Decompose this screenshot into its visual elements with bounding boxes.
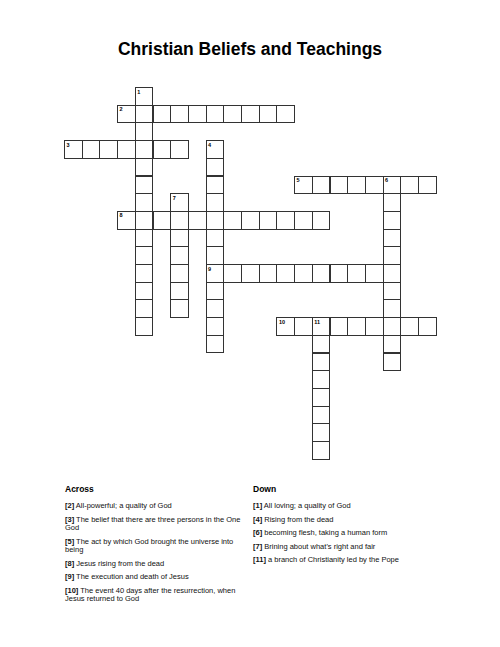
clue-number-5: 5	[297, 177, 300, 183]
grid-cell-r7c8[interactable]	[206, 211, 225, 230]
grid-cell-r3c5[interactable]	[153, 140, 172, 159]
clue-number-3: 3	[67, 142, 70, 148]
grid-cell-r13c14[interactable]: 11	[312, 317, 331, 336]
clue-number-2: 2	[120, 106, 123, 112]
grid-cell-r1c6[interactable]	[170, 105, 189, 124]
grid-cell-r7c10[interactable]	[241, 211, 260, 230]
grid-cell-r10c4[interactable]	[135, 264, 154, 283]
grid-cell-r1c10[interactable]	[241, 105, 260, 124]
grid-cell-r9c4[interactable]	[135, 246, 154, 265]
grid-cell-r14c18[interactable]	[383, 335, 402, 354]
grid-cell-r10c12[interactable]	[276, 264, 295, 283]
down-clues-section: Down [1] All loving; a quality of God[4]…	[253, 484, 463, 570]
grid-cell-r10c15[interactable]	[330, 264, 349, 283]
clue-across-9: [9] The execution and death of Jesus	[65, 573, 251, 582]
grid-cell-r5c15[interactable]	[330, 176, 349, 195]
crossword-grid: 1234567891011	[64, 87, 437, 460]
grid-cell-r5c20[interactable]	[418, 176, 437, 195]
clue-number-label: [11]	[253, 555, 266, 564]
grid-cell-r5c4[interactable]	[135, 176, 154, 195]
clue-number-label: [10]	[65, 586, 78, 595]
clue-number-label: [4]	[253, 515, 262, 524]
grid-cell-r5c18[interactable]: 6	[383, 176, 402, 195]
grid-cell-r10c18[interactable]	[383, 264, 402, 283]
across-header: Across	[65, 484, 251, 494]
clue-number-label: [8]	[65, 559, 74, 568]
clue-across-3: [3] The belief that there are three pers…	[65, 516, 251, 533]
grid-cell-r5c17[interactable]	[365, 176, 384, 195]
grid-cell-r1c3[interactable]: 2	[117, 105, 136, 124]
grid-cell-r5c13[interactable]: 5	[294, 176, 313, 195]
grid-cell-r10c10[interactable]	[241, 264, 260, 283]
clue-number-1: 1	[137, 89, 140, 95]
grid-cell-r13c13[interactable]	[294, 317, 313, 336]
grid-cell-r6c18[interactable]	[383, 193, 402, 212]
grid-cell-r8c18[interactable]	[383, 229, 402, 248]
grid-cell-r12c6[interactable]	[170, 299, 189, 318]
crossword-page: Christian Beliefs and Teachings 12345678…	[0, 0, 500, 647]
grid-cell-r5c8[interactable]	[206, 176, 225, 195]
clue-number-label: [2]	[65, 501, 74, 510]
clue-across-5: [5] The act by which God brought the uni…	[65, 538, 251, 555]
grid-cell-r14c14[interactable]	[312, 335, 331, 354]
grid-cell-r11c18[interactable]	[383, 282, 402, 301]
grid-cell-r1c7[interactable]	[188, 105, 207, 124]
grid-cell-r20c14[interactable]	[312, 441, 331, 460]
clue-down-1: [1] All loving; a quality of God	[253, 502, 463, 511]
grid-cell-r1c5[interactable]	[153, 105, 172, 124]
grid-cell-r9c18[interactable]	[383, 246, 402, 265]
grid-cell-r1c9[interactable]	[223, 105, 242, 124]
grid-cell-r10c9[interactable]	[223, 264, 242, 283]
clue-down-4: [4] Rising from the dead	[253, 516, 463, 525]
grid-cell-r5c14[interactable]	[312, 176, 331, 195]
across-clue-list: [2] All-powerful; a quality of God[3] Th…	[65, 502, 251, 604]
grid-cell-r6c6[interactable]: 7	[170, 193, 189, 212]
grid-cell-r13c8[interactable]	[206, 317, 225, 336]
grid-cell-r3c3[interactable]	[117, 140, 136, 159]
grid-cell-r5c19[interactable]	[400, 176, 419, 195]
grid-cell-r10c17[interactable]	[365, 264, 384, 283]
grid-cell-r7c5[interactable]	[153, 211, 172, 230]
grid-cell-r1c4[interactable]	[135, 105, 154, 124]
grid-cell-r7c13[interactable]	[294, 211, 313, 230]
down-header: Down	[253, 484, 463, 494]
grid-cell-r14c8[interactable]	[206, 335, 225, 354]
clue-number-7: 7	[173, 195, 176, 201]
grid-cell-r10c16[interactable]	[347, 264, 366, 283]
grid-cell-r10c6[interactable]	[170, 264, 189, 283]
clue-number-8: 8	[120, 212, 123, 218]
grid-cell-r3c2[interactable]	[99, 140, 118, 159]
grid-cell-r7c11[interactable]	[259, 211, 278, 230]
clue-number-6: 6	[385, 177, 388, 183]
grid-cell-r3c6[interactable]	[170, 140, 189, 159]
grid-cell-r6c8[interactable]	[206, 193, 225, 212]
grid-cell-r9c8[interactable]	[206, 246, 225, 265]
grid-cell-r1c8[interactable]	[206, 105, 225, 124]
clue-down-6: [6] becoming flesh, taking a human form	[253, 529, 463, 538]
grid-cell-r13c12[interactable]: 10	[276, 317, 295, 336]
clue-number-label: [3]	[65, 515, 74, 524]
grid-cell-r4c8[interactable]	[206, 158, 225, 177]
grid-cell-r10c13[interactable]	[294, 264, 313, 283]
grid-cell-r8c4[interactable]	[135, 229, 154, 248]
across-clues-section: Across [2] All-powerful; a quality of Go…	[65, 484, 251, 609]
grid-cell-r1c12[interactable]	[276, 105, 295, 124]
clue-number-11: 11	[314, 319, 320, 325]
grid-cell-r6c4[interactable]	[135, 193, 154, 212]
down-clue-list: [1] All loving; a quality of God[4] Risi…	[253, 502, 463, 565]
clue-across-8: [8] Jesus rising from the dead	[65, 560, 251, 569]
grid-cell-r7c7[interactable]	[188, 211, 207, 230]
grid-cell-r8c8[interactable]	[206, 229, 225, 248]
grid-cell-r0c4[interactable]: 1	[135, 87, 154, 106]
grid-cell-r7c18[interactable]	[383, 211, 402, 230]
grid-cell-r12c4[interactable]	[135, 299, 154, 318]
grid-cell-r13c18[interactable]	[383, 317, 402, 336]
grid-cell-r10c8[interactable]: 9	[206, 264, 225, 283]
grid-cell-r13c16[interactable]	[347, 317, 366, 336]
grid-cell-r10c14[interactable]	[312, 264, 331, 283]
grid-cell-r16c14[interactable]	[312, 370, 331, 389]
clue-down-7: [7] Brining about what's right and fair	[253, 543, 463, 552]
clue-number-label: [5]	[65, 537, 74, 546]
grid-cell-r3c1[interactable]	[82, 140, 101, 159]
grid-cell-r15c14[interactable]	[312, 353, 331, 372]
grid-cell-r11c4[interactable]	[135, 282, 154, 301]
grid-cell-r1c11[interactable]	[259, 105, 278, 124]
grid-cell-r7c14[interactable]	[312, 211, 331, 230]
puzzle-title: Christian Beliefs and Teachings	[0, 39, 500, 60]
clue-number-4: 4	[208, 142, 211, 148]
grid-cell-r3c8[interactable]: 4	[206, 140, 225, 159]
clue-number-9: 9	[208, 266, 211, 272]
grid-cell-r3c4[interactable]	[135, 140, 154, 159]
grid-cell-r9c6[interactable]	[170, 246, 189, 265]
grid-cell-r7c9[interactable]	[223, 211, 242, 230]
clue-across-2: [2] All-powerful; a quality of God	[65, 502, 251, 511]
clue-number-label: [1]	[253, 501, 262, 510]
grid-cell-r13c4[interactable]	[135, 317, 154, 336]
grid-cell-r2c4[interactable]	[135, 122, 154, 141]
clue-across-10: [10] The event 40 days after the resurre…	[65, 587, 251, 604]
grid-cell-r10c11[interactable]	[259, 264, 278, 283]
grid-cell-r15c18[interactable]	[383, 353, 402, 372]
clue-number-label: [6]	[253, 528, 262, 537]
clue-down-11: [11] a branch of Christianity led by the…	[253, 556, 463, 565]
grid-cell-r19c14[interactable]	[312, 423, 331, 442]
grid-cell-r13c15[interactable]	[330, 317, 349, 336]
grid-cell-r13c20[interactable]	[418, 317, 437, 336]
grid-cell-r12c18[interactable]	[383, 299, 402, 318]
grid-cell-r4c4[interactable]	[135, 158, 154, 177]
clue-number-10: 10	[279, 319, 285, 325]
grid-cell-r12c8[interactable]	[206, 299, 225, 318]
grid-cell-r7c6[interactable]	[170, 211, 189, 230]
grid-cell-r5c16[interactable]	[347, 176, 366, 195]
grid-cell-r13c19[interactable]	[400, 317, 419, 336]
grid-cell-r7c12[interactable]	[276, 211, 295, 230]
clue-number-label: [9]	[65, 572, 74, 581]
grid-cell-r7c3[interactable]: 8	[117, 211, 136, 230]
clue-number-label: [7]	[253, 542, 262, 551]
grid-cell-r11c6[interactable]	[170, 282, 189, 301]
grid-cell-r8c6[interactable]	[170, 229, 189, 248]
grid-cell-r13c17[interactable]	[365, 317, 384, 336]
grid-cell-r17c14[interactable]	[312, 388, 331, 407]
grid-cell-r7c4[interactable]	[135, 211, 154, 230]
grid-cell-r18c14[interactable]	[312, 406, 331, 425]
grid-cell-r11c8[interactable]	[206, 282, 225, 301]
grid-cell-r3c0[interactable]: 3	[64, 140, 83, 159]
